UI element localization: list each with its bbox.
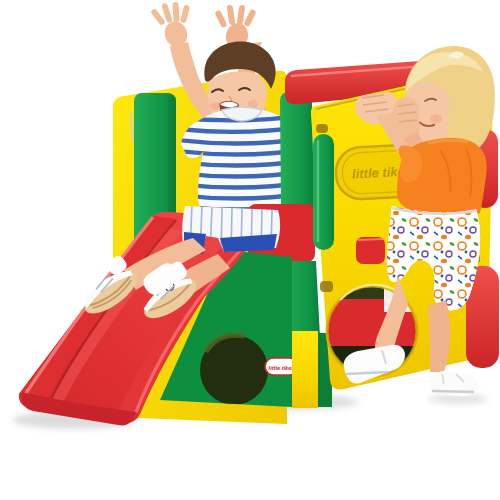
- girl-sandal: [430, 371, 479, 396]
- girl-shirt: [397, 138, 487, 218]
- boy-cheek: [210, 102, 220, 110]
- brand-badge-text: little tikes: [269, 365, 295, 371]
- grab-handle-bar: [313, 134, 334, 250]
- girl-standing-leg: [428, 300, 450, 372]
- handle-slot-bottom: [320, 281, 333, 292]
- handle-slot-top: [316, 124, 328, 133]
- boy-left-hand: [150, 2, 190, 50]
- tunnel-opening: [200, 335, 268, 405]
- corner-foot-yellow: [292, 331, 318, 408]
- play-gym-scene: little tikes: [0, 0, 500, 500]
- step-grip: [356, 237, 385, 264]
- sandal-sole: [432, 391, 474, 392]
- product-photo: little tikes: [0, 0, 500, 500]
- step-grip-highlight: [358, 239, 383, 240]
- step-grip-red: [356, 237, 385, 264]
- pillar-upper: [280, 92, 314, 210]
- girl-cheek: [430, 115, 442, 124]
